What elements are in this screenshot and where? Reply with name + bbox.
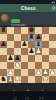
black-rook-e7: ♜ [28, 34, 34, 41]
square-g8[interactable] [42, 27, 49, 34]
square-a3[interactable] [0, 62, 7, 69]
white-pawn-f2: ♟ [35, 69, 41, 76]
square-a5[interactable] [0, 48, 7, 55]
square-f7[interactable]: ♟ [35, 34, 42, 41]
square-b4[interactable]: ♟ [7, 55, 14, 62]
square-f4[interactable] [35, 55, 42, 62]
square-e2[interactable] [28, 69, 35, 76]
chess-board[interactable]: ♜♚♜♟♟♟♝♟♟♟♟♞♟♟♟♟♞♝♜♚ [0, 27, 56, 83]
android-recents-icon: □ [39, 97, 43, 100]
page-title: Chess [0, 4, 56, 12]
square-g3[interactable] [42, 62, 49, 69]
square-f3[interactable] [35, 62, 42, 69]
white-pawn-h2: ♟ [49, 69, 55, 76]
square-d4[interactable] [21, 55, 28, 62]
square-a7[interactable] [0, 34, 7, 41]
square-d7[interactable] [21, 34, 28, 41]
settings-button[interactable]: ⚙ [49, 4, 56, 12]
square-e6[interactable] [28, 41, 35, 48]
android-home-icon: ○ [25, 97, 29, 100]
rating-badge: 1200 [11, 19, 20, 23]
square-h1[interactable] [49, 76, 56, 83]
square-h5[interactable] [49, 48, 56, 55]
opponent-bar: Computer 1200 10 min 10:00 [0, 12, 56, 25]
square-g2[interactable]: ♟ [42, 69, 49, 76]
square-c8[interactable] [14, 27, 21, 34]
square-e8[interactable]: ♚ [28, 27, 35, 34]
gear-icon: ⚙ [52, 5, 56, 10]
battery-icon: ◢ ▮ [51, 1, 55, 3]
avatar[interactable] [1, 14, 9, 22]
square-f6[interactable]: ♝ [35, 41, 42, 48]
square-e4[interactable] [28, 55, 35, 62]
black-king-e8: ♚ [28, 27, 34, 34]
square-b6[interactable] [7, 41, 14, 48]
white-pawn-f5: ♟ [35, 48, 41, 55]
square-h7[interactable] [49, 34, 56, 41]
black-pawn-c4: ♟ [14, 55, 20, 62]
white-knight-c3: ♞ [14, 62, 20, 69]
black-pawn-f7: ♟ [35, 34, 41, 41]
square-b5[interactable] [7, 48, 14, 55]
square-d2[interactable] [21, 69, 28, 76]
square-d8[interactable] [21, 27, 28, 34]
black-pawn-e5: ♟ [28, 48, 34, 55]
square-e5[interactable]: ♟ [28, 48, 35, 55]
square-a8[interactable]: ♜ [0, 27, 7, 34]
square-e3[interactable] [28, 62, 35, 69]
square-b7[interactable] [7, 34, 14, 41]
square-c6[interactable] [14, 41, 21, 48]
black-pawn-a6: ♟ [0, 41, 6, 48]
android-back-icon: ◁ [13, 97, 16, 100]
black-bishop-f6: ♝ [35, 41, 41, 48]
android-back-icon[interactable]: ◁ [12, 86, 17, 100]
square-g4[interactable] [42, 55, 49, 62]
square-b3[interactable] [7, 62, 14, 69]
square-h2[interactable]: ♟ [49, 69, 56, 76]
black-pawn-b4: ♟ [7, 55, 13, 62]
square-d3[interactable] [21, 62, 28, 69]
square-e7[interactable]: ♜ [28, 34, 35, 41]
square-g5[interactable] [42, 48, 49, 55]
android-nav-bar: ◁○□ [0, 91, 56, 100]
app-bar: Chess ⚙ [0, 4, 56, 12]
square-g6[interactable] [42, 41, 49, 48]
white-pawn-b2: ♟ [7, 69, 13, 76]
square-h4[interactable] [49, 55, 56, 62]
square-a2[interactable] [0, 69, 7, 76]
square-d5[interactable] [21, 48, 28, 55]
black-knight-a1: ♞ [0, 76, 6, 83]
square-f5[interactable]: ♟ [35, 48, 42, 55]
square-a1[interactable]: ♞ [0, 76, 7, 83]
white-pawn-g2: ♟ [42, 69, 48, 76]
square-h3[interactable] [49, 62, 56, 69]
square-d6[interactable]: ♟ [21, 41, 28, 48]
android-home-icon[interactable]: ○ [24, 86, 30, 100]
square-f8[interactable] [35, 27, 42, 34]
square-a6[interactable]: ♟ [0, 41, 7, 48]
square-f2[interactable]: ♟ [35, 69, 42, 76]
square-b8[interactable] [7, 27, 14, 34]
square-h8[interactable] [49, 27, 56, 34]
android-recents-icon[interactable]: □ [38, 86, 45, 100]
square-c5[interactable] [14, 48, 21, 55]
black-pawn-d6: ♟ [21, 41, 27, 48]
square-c7[interactable] [14, 34, 21, 41]
square-a4[interactable] [0, 55, 7, 62]
square-c4[interactable]: ♟ [14, 55, 21, 62]
square-c2[interactable] [14, 69, 21, 76]
black-rook-a8: ♜ [0, 27, 6, 34]
square-h6[interactable] [49, 41, 56, 48]
square-g7[interactable] [42, 34, 49, 41]
square-b2[interactable]: ♟ [7, 69, 14, 76]
square-c3[interactable]: ♞ [14, 62, 21, 69]
